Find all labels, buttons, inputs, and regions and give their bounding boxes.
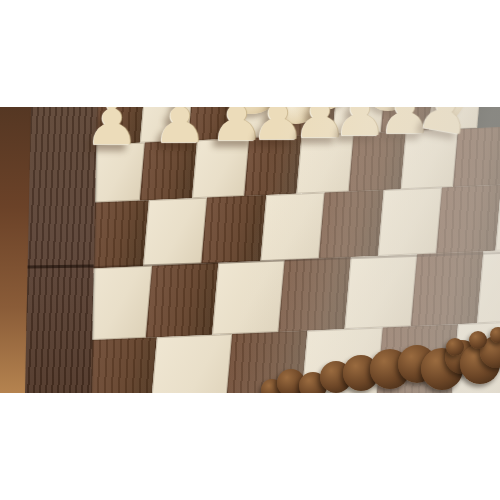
- white-pawn: ♟: [80, 107, 144, 153]
- board-square-light: [377, 187, 441, 256]
- fold-seam-frame: [28, 264, 94, 268]
- black-piece: [490, 327, 500, 343]
- board-square-light: [149, 334, 232, 393]
- board-square-light: [143, 198, 207, 267]
- black-piece: [469, 331, 487, 349]
- board-square-light: [212, 260, 285, 335]
- board-square-dark: [411, 251, 484, 326]
- board-square-light: [345, 254, 418, 329]
- page: ♟♟♟♟♟♟♟♟: [0, 0, 500, 500]
- board-square-dark: [201, 195, 265, 264]
- board-square-dark: [436, 185, 500, 254]
- board-square-dark: [278, 257, 351, 332]
- board-square-dark: [146, 263, 219, 338]
- black-piece: [446, 338, 464, 356]
- white-pawn: ♟: [148, 107, 212, 151]
- white-pawn: ♟: [408, 107, 481, 145]
- board-square-dark: [319, 190, 383, 259]
- board-square-light: [260, 193, 324, 262]
- chess-photo: ♟♟♟♟♟♟♟♟: [0, 107, 500, 393]
